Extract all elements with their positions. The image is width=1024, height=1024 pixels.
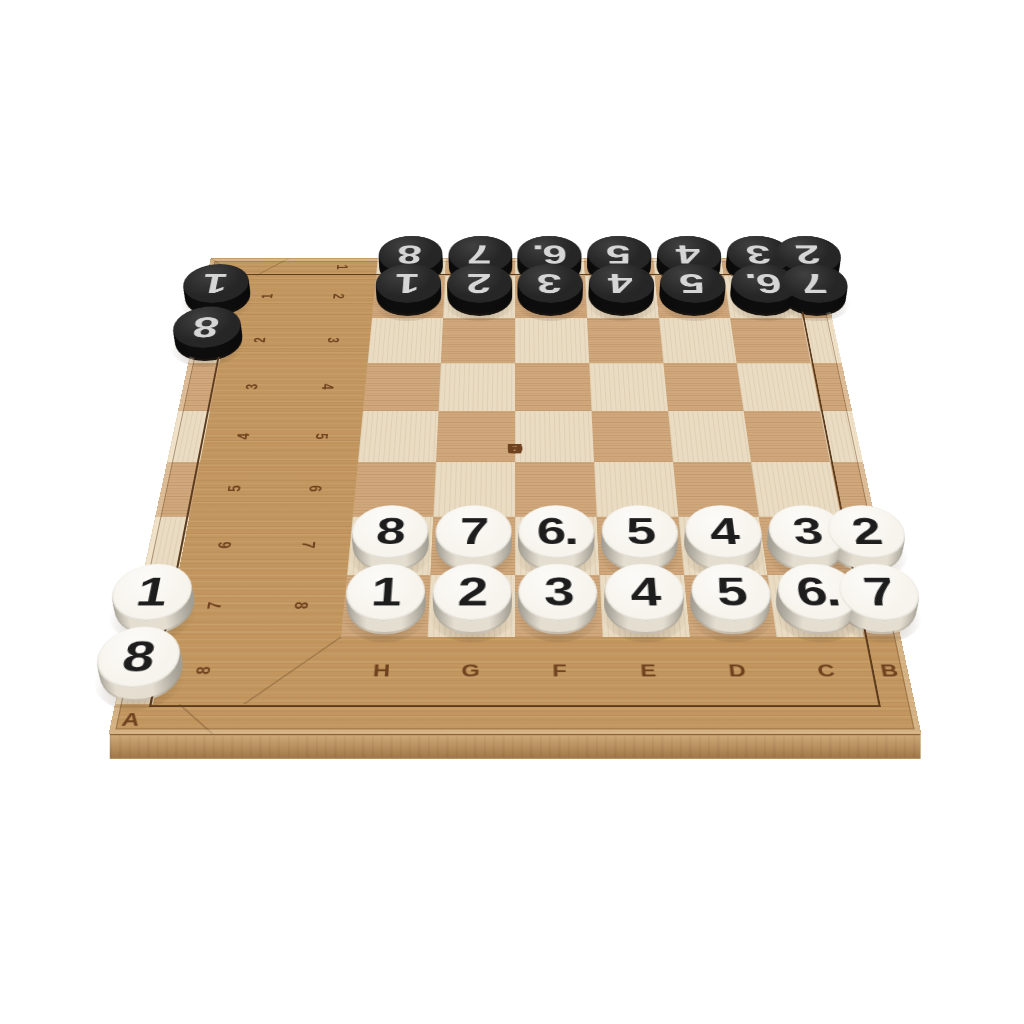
board-front-edge — [110, 734, 920, 759]
piece-number: 7 — [800, 270, 829, 297]
piece-number: 4 — [676, 241, 702, 267]
piece-number: 7 — [468, 241, 491, 267]
piece-number: 2 — [467, 270, 491, 297]
piece-number: 2 — [794, 241, 822, 267]
piece-top-face: 2 — [431, 564, 511, 621]
piece-top-face: 3 — [518, 264, 584, 303]
file-label-bottom-C-text: C — [816, 660, 837, 680]
piece-number: 7 — [860, 572, 897, 612]
piece-number: 2 — [849, 513, 884, 550]
board-grid: HGFEDCBA1876.5432112123456.7823344556678… — [109, 258, 922, 734]
frame-corner-bottom-right — [147, 704, 243, 734]
file-label-bottom-C: C — [777, 637, 877, 704]
piece-number: 1 — [396, 270, 421, 297]
rank-label-left-1-text: 1 — [333, 264, 351, 269]
piece-number: 3 — [745, 241, 772, 267]
piece-number: 4 — [708, 513, 740, 550]
piece-number: 8 — [119, 635, 157, 678]
square-A8[interactable]: 8 — [115, 637, 166, 704]
piece-number: 8 — [191, 313, 221, 342]
frame-corner-top-right — [236, 258, 308, 275]
piece-number: 3 — [539, 270, 563, 297]
piece-number: 5 — [680, 270, 707, 297]
piece-number: 4 — [609, 270, 634, 297]
piece-number: 6. — [536, 513, 577, 550]
file-label-bottom-B-text: B — [878, 660, 899, 680]
piece-white-A8[interactable]: 8 — [93, 640, 187, 701]
piece-number: 5 — [607, 241, 632, 267]
square-B2[interactable]: 7 — [794, 275, 832, 317]
product-photo-stage: HGFEDCBA1876.5432112123456.7823344556678… — [0, 0, 1024, 1024]
file-label-bottom-A-text: A — [120, 708, 142, 730]
piece-number: 8 — [398, 241, 423, 267]
piece-number: 7 — [459, 513, 487, 550]
square-B8[interactable]: 7 — [852, 575, 901, 637]
file-label-top-A-text: A — [507, 441, 522, 457]
piece-number: 6. — [533, 241, 567, 267]
piece-number: 1 — [201, 270, 230, 297]
rank-label-right-1-text: 1 — [258, 294, 277, 299]
board: HGFEDCBA1876.5432112123456.7823344556678… — [109, 258, 922, 734]
piece-number: 6. — [745, 270, 784, 297]
piece-number: 5 — [625, 513, 655, 550]
rank-label-right-8-text: 8 — [192, 666, 216, 674]
piece-number: 3 — [790, 513, 824, 550]
piece-number: 8 — [375, 513, 405, 550]
piece-white-A7[interactable]: 1 — [108, 577, 198, 634]
piece-number: 1 — [133, 572, 170, 612]
piece-top-face: 2 — [446, 264, 512, 303]
